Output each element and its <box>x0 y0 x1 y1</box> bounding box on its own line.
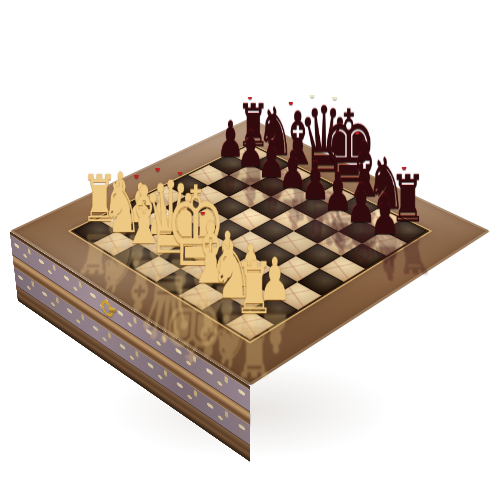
key-stem <box>108 307 117 311</box>
chess-box: ♜♞♝♛♚♝♞♜♟♟♟♟♟♟♟♟♟♟♟♟♟♟♟♟♜♞♝♛♚♝♞♜ ♜♞♝♛♚♝♞… <box>10 118 491 386</box>
chess-set-photo: ♜♞♝♛♚♝♞♜♟♟♟♟♟♟♟♟♟♟♟♟♟♟♟♟♜♞♝♛♚♝♞♜ ♜♞♝♛♚♝♞… <box>0 0 500 500</box>
b-p-glyph: ♟ <box>370 188 399 243</box>
w-r-glyph: ♜ <box>234 253 266 324</box>
